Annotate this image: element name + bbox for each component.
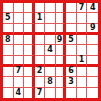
given-digit: 7 xyxy=(16,67,22,75)
cell-r5c6[interactable] xyxy=(56,45,67,55)
cell-r6c6[interactable] xyxy=(56,56,67,67)
given-digit: 4 xyxy=(90,4,96,12)
given-digit: 8 xyxy=(47,78,53,86)
cell-r2c8[interactable] xyxy=(77,13,88,23)
cell-r9c8[interactable] xyxy=(77,88,88,98)
given-digit: 4 xyxy=(47,46,53,54)
cell-r4c8[interactable] xyxy=(77,35,88,45)
cell-r1c5[interactable] xyxy=(45,3,56,13)
cell-r1c4[interactable] xyxy=(35,3,46,13)
cell-r3c7[interactable] xyxy=(66,24,77,35)
cell-r4c5[interactable] xyxy=(45,35,56,45)
cell-r1c7[interactable] xyxy=(66,3,77,13)
cell-r7c4[interactable]: 2 xyxy=(35,67,46,77)
cell-r3c6[interactable] xyxy=(56,24,67,35)
given-digit: 1 xyxy=(37,14,43,22)
cell-r9c5[interactable] xyxy=(45,88,56,98)
cell-r6c5[interactable] xyxy=(45,56,56,67)
cell-r6c3[interactable] xyxy=(24,56,35,67)
cell-r9c4[interactable]: 7 xyxy=(35,88,46,98)
cell-r2c1[interactable]: 5 xyxy=(3,13,14,23)
cell-r2c2[interactable] xyxy=(14,13,25,23)
given-digit: 9 xyxy=(57,36,63,44)
cell-r7c1[interactable] xyxy=(3,67,14,77)
cell-r6c8[interactable]: 1 xyxy=(77,56,88,67)
cell-r7c7[interactable]: 6 xyxy=(66,67,77,77)
cell-r3c4[interactable] xyxy=(35,24,46,35)
cell-r8c5[interactable]: 8 xyxy=(45,77,56,87)
given-digit: 4 xyxy=(16,89,22,97)
cell-r1c9[interactable]: 4 xyxy=(87,3,98,13)
cell-r6c2[interactable] xyxy=(14,56,25,67)
cell-r6c7[interactable] xyxy=(66,56,77,67)
cell-r9c2[interactable]: 4 xyxy=(14,88,25,98)
cell-r4c9[interactable] xyxy=(87,35,98,45)
given-digit: 3 xyxy=(68,78,74,86)
cell-r2c3[interactable] xyxy=(24,13,35,23)
cell-r4c2[interactable] xyxy=(14,35,25,45)
cell-r9c6[interactable] xyxy=(56,88,67,98)
cell-r4c4[interactable] xyxy=(35,35,46,45)
cell-r5c4[interactable] xyxy=(35,45,46,55)
cell-r7c5[interactable] xyxy=(45,67,56,77)
cell-r8c3[interactable] xyxy=(24,77,35,87)
given-digit: 9 xyxy=(90,24,96,32)
given-digit: 7 xyxy=(79,4,85,12)
given-digit: 1 xyxy=(79,56,85,64)
given-digit: 7 xyxy=(37,89,43,97)
cell-r5c7[interactable] xyxy=(66,45,77,55)
cell-r1c8[interactable]: 7 xyxy=(77,3,88,13)
cell-r8c4[interactable] xyxy=(35,77,46,87)
cell-r4c3[interactable] xyxy=(24,35,35,45)
cell-r7c6[interactable] xyxy=(56,67,67,77)
cell-r7c9[interactable] xyxy=(87,67,98,77)
cell-r9c7[interactable] xyxy=(66,88,77,98)
cell-r9c1[interactable] xyxy=(3,88,14,98)
cell-r3c9[interactable]: 9 xyxy=(87,24,98,35)
cell-r5c2[interactable] xyxy=(14,45,25,55)
cell-r8c2[interactable] xyxy=(14,77,25,87)
cell-r3c3[interactable] xyxy=(24,24,35,35)
cell-r6c4[interactable] xyxy=(35,56,46,67)
cell-r8c8[interactable] xyxy=(77,77,88,87)
cell-r7c3[interactable] xyxy=(24,67,35,77)
cell-r2c6[interactable] xyxy=(56,13,67,23)
cell-r6c9[interactable] xyxy=(87,56,98,67)
given-digit: 2 xyxy=(37,67,43,75)
cell-r4c1[interactable]: 8 xyxy=(3,35,14,45)
cell-r3c8[interactable] xyxy=(77,24,88,35)
cell-r1c6[interactable] xyxy=(56,3,67,13)
cell-r5c1[interactable] xyxy=(3,45,14,55)
cell-r2c5[interactable] xyxy=(45,13,56,23)
cell-r8c9[interactable] xyxy=(87,77,98,87)
cell-r5c5[interactable]: 4 xyxy=(45,45,56,55)
cell-r5c9[interactable] xyxy=(87,45,98,55)
sudoku-board: 74519895417268347 xyxy=(0,0,101,101)
cell-r7c8[interactable] xyxy=(77,67,88,77)
cell-r3c2[interactable] xyxy=(14,24,25,35)
given-digit: 5 xyxy=(68,36,74,44)
cell-r8c1[interactable] xyxy=(3,77,14,87)
given-digit: 5 xyxy=(5,14,11,22)
cell-r7c2[interactable]: 7 xyxy=(14,67,25,77)
cell-r8c6[interactable] xyxy=(56,77,67,87)
cell-r4c6[interactable]: 9 xyxy=(56,35,67,45)
cell-r9c9[interactable] xyxy=(87,88,98,98)
cell-r2c7[interactable] xyxy=(66,13,77,23)
given-digit: 6 xyxy=(68,67,74,75)
cell-r3c5[interactable] xyxy=(45,24,56,35)
cell-r1c2[interactable] xyxy=(14,3,25,13)
cell-r5c3[interactable] xyxy=(24,45,35,55)
cell-r9c3[interactable] xyxy=(24,88,35,98)
cell-r1c1[interactable] xyxy=(3,3,14,13)
cell-r4c7[interactable]: 5 xyxy=(66,35,77,45)
cell-r8c7[interactable]: 3 xyxy=(66,77,77,87)
given-digit: 8 xyxy=(5,36,11,44)
cell-r3c1[interactable] xyxy=(3,24,14,35)
cell-r6c1[interactable] xyxy=(3,56,14,67)
cell-r1c3[interactable] xyxy=(24,3,35,13)
cell-r2c4[interactable]: 1 xyxy=(35,13,46,23)
